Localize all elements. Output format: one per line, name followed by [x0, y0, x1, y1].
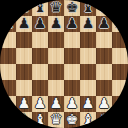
square-c6[interactable]: [32, 32, 48, 48]
square-d3[interactable]: [48, 80, 64, 96]
square-h3[interactable]: [112, 80, 128, 96]
square-h2[interactable]: ♟: [112, 96, 128, 112]
white-pawn-c2[interactable]: ♟: [34, 95, 47, 111]
black-pawn-e7[interactable]: ♟: [66, 15, 79, 31]
square-d2[interactable]: ♟: [48, 96, 64, 112]
black-rook-h8[interactable]: ♜: [114, 0, 127, 15]
white-bishop-c1[interactable]: ♝: [34, 111, 47, 127]
square-b6[interactable]: [16, 32, 32, 48]
square-f2[interactable]: ♟: [80, 96, 96, 112]
chess-board[interactable]: ♜♞♝♛♚♝♞♜♟♟♟♟♟♟♟♟♟♟♟♟♟♟♟♟♜♞♝♛♚♝♞♜: [0, 0, 128, 128]
white-queen-d1[interactable]: ♛: [50, 111, 63, 127]
square-h5[interactable]: [112, 48, 128, 64]
black-pawn-h7[interactable]: ♟: [114, 15, 127, 31]
square-a4[interactable]: [0, 64, 16, 80]
square-f8[interactable]: ♝: [80, 0, 96, 16]
square-d5[interactable]: [48, 48, 64, 64]
square-d4[interactable]: [48, 64, 64, 80]
black-bishop-c8[interactable]: ♝: [34, 0, 47, 15]
square-c5[interactable]: [32, 48, 48, 64]
white-king-e1[interactable]: ♚: [66, 111, 79, 127]
black-pawn-f7[interactable]: ♟: [82, 15, 95, 31]
white-rook-a1[interactable]: ♜: [2, 111, 15, 127]
square-a7[interactable]: ♟: [0, 16, 16, 32]
square-d7[interactable]: ♟: [48, 16, 64, 32]
square-f1[interactable]: ♝: [80, 112, 96, 128]
black-knight-g8[interactable]: ♞: [98, 0, 111, 15]
square-a6[interactable]: [0, 32, 16, 48]
square-e3[interactable]: [64, 80, 80, 96]
white-pawn-f2[interactable]: ♟: [82, 95, 95, 111]
square-g4[interactable]: [96, 64, 112, 80]
square-f7[interactable]: ♟: [80, 16, 96, 32]
square-e7[interactable]: ♟: [64, 16, 80, 32]
square-a2[interactable]: ♟: [0, 96, 16, 112]
square-g5[interactable]: [96, 48, 112, 64]
square-b4[interactable]: [16, 64, 32, 80]
square-d6[interactable]: [48, 32, 64, 48]
square-b3[interactable]: [16, 80, 32, 96]
square-a1[interactable]: ♜: [0, 112, 16, 128]
square-d8[interactable]: ♛: [48, 0, 64, 16]
square-d1[interactable]: ♛: [48, 112, 64, 128]
square-g6[interactable]: [96, 32, 112, 48]
white-pawn-g2[interactable]: ♟: [98, 95, 111, 111]
square-b2[interactable]: ♟: [16, 96, 32, 112]
black-pawn-b7[interactable]: ♟: [18, 15, 31, 31]
square-f5[interactable]: [80, 48, 96, 64]
square-b8[interactable]: ♞: [16, 0, 32, 16]
square-b7[interactable]: ♟: [16, 16, 32, 32]
square-h4[interactable]: [112, 64, 128, 80]
square-a5[interactable]: [0, 48, 16, 64]
black-pawn-d7[interactable]: ♟: [50, 15, 63, 31]
black-king-e8[interactable]: ♚: [66, 0, 79, 15]
white-pawn-b2[interactable]: ♟: [18, 95, 31, 111]
black-queen-d8[interactable]: ♛: [50, 0, 63, 15]
black-rook-a8[interactable]: ♜: [2, 0, 15, 15]
black-pawn-a7[interactable]: ♟: [2, 15, 15, 31]
square-b1[interactable]: ♞: [16, 112, 32, 128]
square-e4[interactable]: [64, 64, 80, 80]
square-g8[interactable]: ♞: [96, 0, 112, 16]
square-e6[interactable]: [64, 32, 80, 48]
board-circle-mask: ♜♞♝♛♚♝♞♜♟♟♟♟♟♟♟♟♟♟♟♟♟♟♟♟♜♞♝♛♚♝♞♜: [0, 0, 128, 128]
white-pawn-h2[interactable]: ♟: [114, 95, 127, 111]
square-h1[interactable]: ♜: [112, 112, 128, 128]
square-c2[interactable]: ♟: [32, 96, 48, 112]
white-knight-g1[interactable]: ♞: [98, 111, 111, 127]
white-pawn-a2[interactable]: ♟: [2, 95, 15, 111]
square-c3[interactable]: [32, 80, 48, 96]
square-f3[interactable]: [80, 80, 96, 96]
square-f4[interactable]: [80, 64, 96, 80]
black-bishop-f8[interactable]: ♝: [82, 0, 95, 15]
square-e2[interactable]: ♟: [64, 96, 80, 112]
square-h6[interactable]: [112, 32, 128, 48]
square-g2[interactable]: ♟: [96, 96, 112, 112]
white-bishop-f1[interactable]: ♝: [82, 111, 95, 127]
square-c4[interactable]: [32, 64, 48, 80]
white-pawn-e2[interactable]: ♟: [66, 95, 79, 111]
square-e1[interactable]: ♚: [64, 112, 80, 128]
white-knight-b1[interactable]: ♞: [18, 111, 31, 127]
square-a3[interactable]: [0, 80, 16, 96]
square-g7[interactable]: ♟: [96, 16, 112, 32]
chess-app-icon: ♜♞♝♛♚♝♞♜♟♟♟♟♟♟♟♟♟♟♟♟♟♟♟♟♜♞♝♛♚♝♞♜: [0, 0, 128, 128]
square-f6[interactable]: [80, 32, 96, 48]
square-g3[interactable]: [96, 80, 112, 96]
square-h8[interactable]: ♜: [112, 0, 128, 16]
square-h7[interactable]: ♟: [112, 16, 128, 32]
square-b5[interactable]: [16, 48, 32, 64]
square-c7[interactable]: ♟: [32, 16, 48, 32]
square-e5[interactable]: [64, 48, 80, 64]
square-c8[interactable]: ♝: [32, 0, 48, 16]
black-knight-b8[interactable]: ♞: [18, 0, 31, 15]
square-e8[interactable]: ♚: [64, 0, 80, 16]
black-pawn-g7[interactable]: ♟: [98, 15, 111, 31]
white-pawn-d2[interactable]: ♟: [50, 95, 63, 111]
black-pawn-c7[interactable]: ♟: [34, 15, 47, 31]
square-c1[interactable]: ♝: [32, 112, 48, 128]
square-a8[interactable]: ♜: [0, 0, 16, 16]
square-g1[interactable]: ♞: [96, 112, 112, 128]
white-rook-h1[interactable]: ♜: [114, 111, 127, 127]
